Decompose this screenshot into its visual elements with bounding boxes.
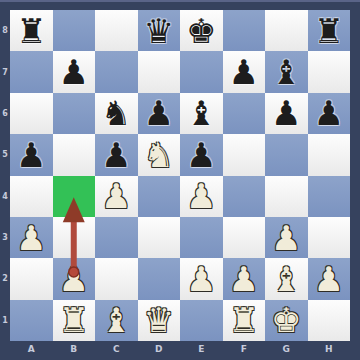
white-pawn[interactable]: ♟ [186, 179, 216, 213]
square-h1[interactable] [308, 300, 351, 341]
black-pawn[interactable]: ♟ [271, 96, 301, 130]
black-knight[interactable]: ♞ [101, 96, 131, 130]
square-f7[interactable]: ♟ [223, 51, 266, 92]
square-f2[interactable]: ♟ [223, 258, 266, 299]
file-label: C [95, 341, 138, 360]
square-b2[interactable]: ♟ [53, 258, 96, 299]
square-e8[interactable]: ♚ [180, 10, 223, 51]
white-rook[interactable]: ♜ [229, 303, 259, 337]
square-e5[interactable]: ♟ [180, 134, 223, 175]
black-king[interactable]: ♚ [186, 14, 216, 48]
square-g2[interactable]: ♝ [265, 258, 308, 299]
square-a3[interactable]: ♟ [10, 217, 53, 258]
square-c4[interactable]: ♟ [95, 176, 138, 217]
square-c7[interactable] [95, 51, 138, 92]
square-f1[interactable]: ♜ [223, 300, 266, 341]
black-pawn[interactable]: ♟ [229, 55, 259, 89]
square-g8[interactable] [265, 10, 308, 51]
file-label: H [308, 341, 351, 360]
square-e2[interactable]: ♟ [180, 258, 223, 299]
square-h6[interactable]: ♟ [308, 93, 351, 134]
square-b4[interactable] [53, 176, 96, 217]
square-e7[interactable] [180, 51, 223, 92]
white-queen[interactable]: ♛ [144, 303, 174, 337]
rank-label: 7 [0, 51, 10, 92]
board: ♜♛♚♜♟♟♝♞♟♝♟♟♟♟♞♟♟♟♟♟♟♟♟♝♟♜♝♛♜♚ [10, 10, 350, 341]
square-h5[interactable] [308, 134, 351, 175]
square-h7[interactable] [308, 51, 351, 92]
rank-labels: 87654321 [0, 10, 10, 341]
square-h3[interactable] [308, 217, 351, 258]
square-b3[interactable] [53, 217, 96, 258]
white-bishop[interactable]: ♝ [271, 262, 301, 296]
rank-label: 5 [0, 134, 10, 175]
black-rook[interactable]: ♜ [16, 14, 46, 48]
rank-label: 6 [0, 93, 10, 134]
rank-label: 4 [0, 176, 10, 217]
square-c5[interactable]: ♟ [95, 134, 138, 175]
square-e3[interactable] [180, 217, 223, 258]
white-pawn[interactable]: ♟ [271, 221, 301, 255]
square-a8[interactable]: ♜ [10, 10, 53, 51]
square-b8[interactable] [53, 10, 96, 51]
white-pawn[interactable]: ♟ [186, 262, 216, 296]
square-h4[interactable] [308, 176, 351, 217]
square-b1[interactable]: ♜ [53, 300, 96, 341]
black-pawn[interactable]: ♟ [186, 138, 216, 172]
black-rook[interactable]: ♜ [314, 14, 344, 48]
white-pawn[interactable]: ♟ [314, 262, 344, 296]
square-d8[interactable]: ♛ [138, 10, 181, 51]
square-g3[interactable]: ♟ [265, 217, 308, 258]
black-pawn[interactable]: ♟ [314, 96, 344, 130]
square-d2[interactable] [138, 258, 181, 299]
square-a1[interactable] [10, 300, 53, 341]
black-queen[interactable]: ♛ [144, 14, 174, 48]
square-b6[interactable] [53, 93, 96, 134]
square-f3[interactable] [223, 217, 266, 258]
square-g7[interactable]: ♝ [265, 51, 308, 92]
square-d7[interactable] [138, 51, 181, 92]
black-pawn[interactable]: ♟ [16, 138, 46, 172]
white-rook[interactable]: ♜ [59, 303, 89, 337]
square-a2[interactable] [10, 258, 53, 299]
square-c1[interactable]: ♝ [95, 300, 138, 341]
square-e4[interactable]: ♟ [180, 176, 223, 217]
square-c3[interactable] [95, 217, 138, 258]
black-pawn[interactable]: ♟ [144, 96, 174, 130]
file-label: A [10, 341, 53, 360]
square-e6[interactable]: ♝ [180, 93, 223, 134]
white-pawn[interactable]: ♟ [229, 262, 259, 296]
square-e1[interactable] [180, 300, 223, 341]
square-h2[interactable]: ♟ [308, 258, 351, 299]
white-pawn[interactable]: ♟ [59, 262, 89, 296]
square-d5[interactable]: ♞ [138, 134, 181, 175]
square-a5[interactable]: ♟ [10, 134, 53, 175]
file-label: G [265, 341, 308, 360]
file-labels: ABCDEFGH [10, 341, 350, 360]
square-b5[interactable] [53, 134, 96, 175]
board-frame: 87654321 ABCDEFGH ♜♛♚♜♟♟♝♞♟♝♟♟♟♟♞♟♟♟♟♟♟♟… [0, 0, 360, 360]
rank-label: 3 [0, 217, 10, 258]
square-h8[interactable]: ♜ [308, 10, 351, 51]
black-bishop[interactable]: ♝ [186, 96, 216, 130]
white-pawn[interactable]: ♟ [101, 179, 131, 213]
square-g6[interactable]: ♟ [265, 93, 308, 134]
black-pawn[interactable]: ♟ [101, 138, 131, 172]
black-pawn[interactable]: ♟ [59, 55, 89, 89]
white-king[interactable]: ♚ [271, 303, 301, 337]
square-d1[interactable]: ♛ [138, 300, 181, 341]
square-f6[interactable] [223, 93, 266, 134]
white-bishop[interactable]: ♝ [101, 303, 131, 337]
square-a4[interactable] [10, 176, 53, 217]
white-knight[interactable]: ♞ [144, 138, 174, 172]
square-f5[interactable] [223, 134, 266, 175]
square-d3[interactable] [138, 217, 181, 258]
rank-label: 1 [0, 300, 10, 341]
square-f8[interactable] [223, 10, 266, 51]
square-d6[interactable]: ♟ [138, 93, 181, 134]
white-pawn[interactable]: ♟ [16, 221, 46, 255]
square-g1[interactable]: ♚ [265, 300, 308, 341]
square-g5[interactable] [265, 134, 308, 175]
file-label: B [53, 341, 96, 360]
file-label: D [138, 341, 181, 360]
black-bishop[interactable]: ♝ [271, 55, 301, 89]
square-b7[interactable]: ♟ [53, 51, 96, 92]
square-c6[interactable]: ♞ [95, 93, 138, 134]
square-g4[interactable] [265, 176, 308, 217]
square-a7[interactable] [10, 51, 53, 92]
square-d4[interactable] [138, 176, 181, 217]
rank-label: 8 [0, 10, 10, 51]
square-a6[interactable] [10, 93, 53, 134]
file-label: F [223, 341, 266, 360]
square-c8[interactable] [95, 10, 138, 51]
rank-label: 2 [0, 258, 10, 299]
file-label: E [180, 341, 223, 360]
square-f4[interactable] [223, 176, 266, 217]
square-c2[interactable] [95, 258, 138, 299]
